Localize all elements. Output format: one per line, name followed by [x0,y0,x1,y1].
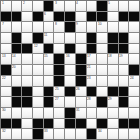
clue-number-31: 31 [76,108,79,111]
clue-number-24: 24 [130,76,133,79]
clue-number-14: 14 [12,54,15,57]
white-cell-10-4[interactable] [44,108,54,118]
white-cell-12-7[interactable] [76,129,86,139]
white-cell-7-6[interactable] [65,76,75,86]
white-cell-9-6[interactable] [65,97,75,107]
black-cell-11-4 [44,119,54,129]
white-cell-2-3[interactable] [33,22,43,32]
white-cell-10-12[interactable] [129,108,139,118]
black-cell-12-3 [33,129,43,139]
black-cell-1-1 [12,12,22,22]
white-cell-6-11[interactable] [119,65,129,75]
white-cell-7-8[interactable]: 23 [87,76,97,86]
clue-number-27: 27 [55,97,58,100]
white-cell-9-3[interactable] [33,97,43,107]
white-cell-6-6[interactable] [65,65,75,75]
white-cell-5-12[interactable] [129,54,139,64]
white-cell-2-8[interactable] [87,22,97,32]
black-cell-8-1 [12,87,22,97]
white-cell-2-11[interactable] [119,22,129,32]
white-cell-4-0[interactable] [1,44,11,54]
clue-number-4: 4 [76,1,78,4]
white-cell-3-0[interactable] [1,33,11,43]
clue-number-20: 20 [12,65,15,68]
white-cell-9-10[interactable]: 29 [108,97,118,107]
white-cell-9-7[interactable] [76,97,86,107]
white-cell-10-9[interactable] [97,108,107,118]
white-cell-5-2[interactable] [22,54,32,64]
black-cell-8-4 [44,87,54,97]
black-cell-1-3 [33,12,43,22]
white-cell-6-9[interactable] [97,65,107,75]
white-cell-0-5[interactable]: 3 [54,1,64,11]
white-cell-6-2[interactable] [22,65,32,75]
black-cell-11-9 [97,119,107,129]
clue-number-8: 8 [55,22,57,25]
white-cell-5-9[interactable] [97,54,107,64]
white-cell-5-6[interactable]: 16 [65,54,75,64]
black-cell-11-0 [1,119,11,129]
white-cell-9-0[interactable] [1,97,11,107]
black-cell-5-5 [54,54,64,64]
clue-number-5: 5 [108,1,110,4]
black-cell-8-2 [22,87,32,97]
white-cell-11-10[interactable] [108,119,118,129]
white-cell-4-9[interactable] [97,44,107,54]
white-cell-8-0[interactable] [1,87,11,97]
white-cell-1-7[interactable] [76,12,86,22]
black-cell-8-10 [108,87,118,97]
white-cell-9-12[interactable] [129,97,139,107]
white-cell-7-1[interactable] [12,76,22,86]
clue-number-29: 29 [108,97,111,100]
white-cell-8-7[interactable]: 26 [76,87,86,97]
black-cell-0-9 [97,1,107,11]
clue-number-32: 32 [2,129,5,132]
white-cell-7-12[interactable]: 24 [129,76,139,86]
clue-number-34: 34 [98,129,101,132]
white-cell-5-3[interactable] [33,54,43,64]
black-cell-1-8 [87,12,97,22]
black-cell-11-7 [76,119,86,129]
clue-number-3: 3 [55,1,57,4]
black-cell-6-7 [76,65,86,75]
black-cell-4-1 [12,44,22,54]
black-cell-1-9 [97,12,107,22]
white-cell-8-9[interactable] [97,87,107,97]
white-cell-0-0[interactable]: 1 [1,1,11,11]
white-cell-7-3[interactable] [33,76,43,86]
clue-number-33: 33 [44,129,47,132]
white-cell-7-2[interactable] [22,76,32,86]
black-cell-9-11 [119,97,129,107]
black-cell-3-3 [33,33,43,43]
black-cell-3-11 [119,33,129,43]
white-cell-3-6[interactable] [65,33,75,43]
clue-number-17: 17 [87,54,90,57]
white-cell-2-9[interactable]: 10 [97,22,107,32]
white-cell-2-12[interactable] [129,22,139,32]
clue-number-13: 13 [2,54,5,57]
clue-number-12: 12 [34,44,37,47]
black-cell-11-3 [33,119,43,129]
white-cell-10-0[interactable]: 30 [1,108,11,118]
black-cell-4-10 [108,44,118,54]
clue-number-30: 30 [2,108,5,111]
white-cell-7-9[interactable] [97,76,107,86]
white-cell-1-4[interactable]: 6 [44,12,54,22]
white-cell-12-1[interactable] [12,129,22,139]
clue-number-19: 19 [119,54,122,57]
white-cell-10-7[interactable]: 31 [76,108,86,118]
white-cell-4-12[interactable] [129,44,139,54]
clue-number-16: 16 [66,54,69,57]
white-cell-3-7[interactable] [76,33,86,43]
white-cell-2-5[interactable]: 8 [54,22,64,32]
white-cell-1-2[interactable] [22,12,32,22]
black-cell-1-12 [129,12,139,22]
black-cell-8-6 [65,87,75,97]
white-cell-0-11[interactable] [119,1,129,11]
black-cell-6-0 [1,65,11,75]
black-cell-1-5 [54,12,64,22]
white-cell-7-11[interactable] [119,76,129,86]
white-cell-8-3[interactable] [33,87,43,97]
white-cell-0-3[interactable] [33,1,43,11]
black-cell-3-10 [108,33,118,43]
black-cell-7-5 [54,76,64,86]
white-cell-12-6[interactable] [65,129,75,139]
clue-number-18: 18 [108,54,111,57]
black-cell-7-7 [76,76,86,86]
white-cell-2-0[interactable]: 7 [1,22,11,32]
white-cell-4-5[interactable] [54,44,64,54]
white-cell-12-11[interactable] [119,129,129,139]
white-cell-6-1[interactable]: 20 [12,65,22,75]
white-cell-5-8[interactable]: 17 [87,54,97,64]
white-cell-10-10[interactable] [108,108,118,118]
white-cell-8-5[interactable]: 25 [54,87,64,97]
white-cell-2-4[interactable] [44,22,54,32]
white-cell-10-2[interactable] [22,108,32,118]
black-cell-9-1 [12,97,22,107]
clue-number-28: 28 [87,97,90,100]
white-cell-4-3[interactable]: 12 [33,44,43,54]
clue-number-2: 2 [23,1,25,4]
white-cell-5-4[interactable]: 15 [44,54,54,64]
black-cell-4-6 [65,44,75,54]
white-cell-0-8[interactable] [87,1,97,11]
white-cell-12-10[interactable] [108,129,118,139]
white-cell-11-2[interactable] [22,119,32,129]
white-cell-12-9[interactable]: 34 [97,129,107,139]
white-cell-5-10[interactable]: 18 [108,54,118,64]
white-cell-12-4[interactable]: 33 [44,129,54,139]
white-cell-9-5[interactable]: 27 [54,97,64,107]
white-cell-7-4[interactable] [44,76,54,86]
white-cell-3-5[interactable] [54,33,64,43]
white-cell-5-0[interactable]: 13 [1,54,11,64]
crossword-grid: 1234567891011121314151617181920212223242… [0,0,140,140]
clue-number-22: 22 [2,76,5,79]
black-cell-6-5 [54,65,64,75]
white-cell-4-7[interactable] [76,44,86,54]
white-cell-6-8[interactable]: 21 [87,65,97,75]
black-cell-11-12 [129,119,139,129]
black-cell-3-1 [12,33,22,43]
white-cell-10-11[interactable] [119,108,129,118]
black-cell-4-2 [22,44,32,54]
black-cell-9-9 [97,97,107,107]
clue-number-21: 21 [87,65,90,68]
white-cell-10-5[interactable] [54,108,64,118]
white-cell-3-9[interactable] [97,33,107,43]
clue-number-10: 10 [98,22,101,25]
white-cell-7-0[interactable]: 22 [1,76,11,86]
white-cell-12-12[interactable] [129,129,139,139]
clue-number-15: 15 [44,54,47,57]
black-cell-2-6 [65,22,75,32]
black-cell-1-11 [119,12,129,22]
clue-number-11: 11 [44,33,47,36]
black-cell-3-8 [87,33,97,43]
black-cell-10-6 [65,108,75,118]
white-cell-11-8[interactable] [87,119,97,129]
white-cell-12-2[interactable] [22,129,32,139]
white-cell-0-12[interactable] [129,1,139,11]
white-cell-5-1[interactable]: 14 [12,54,22,64]
white-cell-9-8[interactable]: 28 [87,97,97,107]
white-cell-0-6[interactable] [65,1,75,11]
clue-number-1: 1 [2,1,4,4]
clue-number-23: 23 [87,76,90,79]
clue-number-6: 6 [44,12,46,15]
white-cell-0-10[interactable]: 5 [108,1,118,11]
black-cell-1-6 [65,12,75,22]
white-cell-6-3[interactable] [33,65,43,75]
black-cell-6-12 [129,65,139,75]
white-cell-3-2[interactable] [22,33,32,43]
white-cell-0-7[interactable]: 4 [76,1,86,11]
white-cell-2-10[interactable] [108,22,118,32]
black-cell-8-11 [119,87,129,97]
white-cell-2-1[interactable] [12,22,22,32]
black-cell-4-8 [87,44,97,54]
white-cell-12-5[interactable] [54,129,64,139]
clue-number-7: 7 [2,22,4,25]
white-cell-6-10[interactable] [108,65,118,75]
black-cell-11-6 [65,119,75,129]
white-cell-11-5[interactable] [54,119,64,129]
white-cell-2-2[interactable] [22,22,32,32]
white-cell-7-10[interactable] [108,76,118,86]
white-cell-0-2[interactable]: 2 [22,1,32,11]
black-cell-5-7 [76,54,86,64]
black-cell-0-4 [44,1,54,11]
white-cell-10-1[interactable] [12,108,22,118]
white-cell-5-11[interactable]: 19 [119,54,129,64]
black-cell-8-8 [87,87,97,97]
black-cell-11-11 [119,119,129,129]
black-cell-1-0 [1,12,11,22]
white-cell-1-10[interactable] [108,12,118,22]
clue-number-9: 9 [76,22,78,25]
white-cell-12-0[interactable]: 32 [1,129,11,139]
white-cell-2-7[interactable]: 9 [76,22,86,32]
white-cell-0-1[interactable] [12,1,22,11]
white-cell-6-4[interactable] [44,65,54,75]
black-cell-9-2 [22,97,32,107]
clue-number-25: 25 [55,87,58,90]
white-cell-3-4[interactable]: 11 [44,33,54,43]
black-cell-12-8 [87,129,97,139]
white-cell-8-12[interactable] [129,87,139,97]
black-cell-4-11 [119,44,129,54]
white-cell-10-8[interactable] [87,108,97,118]
black-cell-11-1 [12,119,22,129]
white-cell-10-3[interactable] [33,108,43,118]
black-cell-4-4 [44,44,54,54]
clue-number-26: 26 [76,87,79,90]
black-cell-9-4 [44,97,54,107]
white-cell-3-12[interactable] [129,33,139,43]
